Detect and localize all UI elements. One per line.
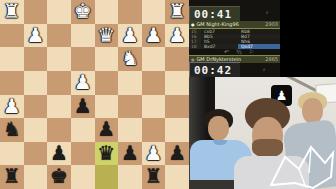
white-clock: 00:41 [189, 6, 240, 21]
board-square[interactable] [95, 165, 119, 189]
board-square[interactable] [142, 47, 166, 71]
board-square[interactable]: ♞ [118, 47, 142, 71]
black-king[interactable]: ♚ [47, 165, 71, 189]
board-square[interactable]: ♟ [95, 118, 119, 142]
board-square[interactable] [47, 47, 71, 71]
board-square[interactable] [71, 165, 95, 189]
board-square[interactable] [24, 142, 48, 166]
berserk-icon: ⚡ [265, 9, 275, 17]
black-player-rating: 2865 [265, 56, 278, 63]
board-square[interactable]: ♟ [71, 71, 95, 95]
chess-board[interactable]: ♜♚♜♟♛♟♟♟♞♟♟♟♞♟♟♛♟♟♟♜♚♜ [0, 0, 189, 189]
board-square[interactable] [24, 47, 48, 71]
board-square[interactable]: ♟ [165, 142, 189, 166]
move-list[interactable]: 15cxb7Rb816Bb5Bd717h5Nh618Bxd7Qxd7 [189, 29, 280, 49]
board-square[interactable] [95, 71, 119, 95]
board-square[interactable] [71, 142, 95, 166]
board-square[interactable] [47, 24, 71, 48]
board-square[interactable]: ♚ [47, 165, 71, 189]
white-pawn[interactable]: ♟ [165, 24, 189, 48]
board-square[interactable]: ♛ [95, 24, 119, 48]
board-square[interactable]: ♟ [118, 142, 142, 166]
white-player-name[interactable]: GM Night-King96 [197, 21, 239, 27]
white-pawn[interactable]: ♟ [142, 142, 166, 166]
board-square[interactable]: ♜ [0, 165, 24, 189]
board-square[interactable]: ♜ [142, 165, 166, 189]
black-pawn[interactable]: ♟ [47, 142, 71, 166]
white-king[interactable]: ♚ [71, 0, 95, 24]
board-square[interactable] [0, 142, 24, 166]
board-square[interactable] [118, 95, 142, 119]
white-player-rating: 2903 [265, 21, 278, 28]
board-square[interactable] [165, 95, 189, 119]
board-square[interactable] [118, 71, 142, 95]
white-pawn[interactable]: ♟ [71, 71, 95, 95]
board-square[interactable]: ♜ [0, 0, 24, 24]
black-pawn[interactable]: ♟ [71, 95, 95, 119]
board-square[interactable] [142, 95, 166, 119]
stream-frame: ♜♚♜♟♛♟♟♟♞♟♟♟♞♟♟♛♟♟♟♜♚♜ 00:41 ⚡ ●GM Night… [0, 0, 336, 189]
white-player-bar[interactable]: ●GM Night-King96 2903 [189, 21, 280, 29]
board-square[interactable] [24, 95, 48, 119]
board-square[interactable]: ♟ [142, 142, 166, 166]
black-rook[interactable]: ♜ [0, 165, 24, 189]
black-queen[interactable]: ♛ [95, 142, 119, 166]
board-square[interactable] [118, 0, 142, 24]
board-square[interactable] [24, 71, 48, 95]
white-queen[interactable]: ♛ [95, 24, 119, 48]
person-left-face [208, 116, 229, 141]
board-square[interactable] [47, 95, 71, 119]
board-square[interactable] [0, 71, 24, 95]
board-square[interactable] [24, 118, 48, 142]
move-number: 18 [189, 44, 201, 49]
board-square[interactable] [95, 0, 119, 24]
board-square[interactable]: ♜ [165, 0, 189, 24]
board-square[interactable] [71, 118, 95, 142]
white-side-icon: ● [191, 21, 195, 28]
board-square[interactable] [0, 24, 24, 48]
spectators-icon [191, 1, 201, 5]
board-square[interactable] [165, 165, 189, 189]
black-pawn[interactable]: ♟ [165, 142, 189, 166]
board-square[interactable] [71, 47, 95, 71]
board-square[interactable] [95, 95, 119, 119]
black-rook[interactable]: ♜ [142, 165, 166, 189]
board-square[interactable] [47, 0, 71, 24]
board-square[interactable]: ♟ [165, 24, 189, 48]
board-square[interactable] [0, 47, 24, 71]
white-rook[interactable]: ♜ [165, 0, 189, 24]
board-square[interactable] [118, 165, 142, 189]
board-square[interactable]: ♟ [24, 24, 48, 48]
board-square[interactable]: ♟ [0, 95, 24, 119]
board-square[interactable]: ♟ [142, 24, 166, 48]
board-square[interactable] [24, 165, 48, 189]
board-square[interactable] [142, 0, 166, 24]
white-pawn[interactable]: ♟ [118, 24, 142, 48]
board-square[interactable]: ♛ [95, 142, 119, 166]
white-rook[interactable]: ♜ [0, 0, 24, 24]
board-square[interactable]: ♚ [71, 0, 95, 24]
board-square[interactable] [142, 118, 166, 142]
black-knight[interactable]: ♞ [0, 118, 24, 142]
board-square[interactable] [118, 118, 142, 142]
black-clock: 00:42 [189, 62, 240, 77]
board-square[interactable] [47, 71, 71, 95]
white-pawn[interactable]: ♟ [24, 24, 48, 48]
board-square[interactable] [142, 71, 166, 95]
white-knight[interactable]: ♞ [118, 47, 142, 71]
board-square[interactable]: ♟ [118, 24, 142, 48]
black-pawn[interactable]: ♟ [95, 118, 119, 142]
black-pawn[interactable]: ♟ [118, 142, 142, 166]
stream-overlay-lineart [265, 143, 336, 189]
board-square[interactable]: ♟ [47, 142, 71, 166]
board-square[interactable] [95, 47, 119, 71]
board-square[interactable] [47, 118, 71, 142]
white-pawn[interactable]: ♟ [0, 95, 24, 119]
webcam-feed: ♟ [189, 77, 336, 189]
white-pawn[interactable]: ♟ [142, 24, 166, 48]
board-square[interactable]: ♞ [0, 118, 24, 142]
board-square[interactable] [165, 118, 189, 142]
board-square[interactable]: ♟ [71, 95, 95, 119]
berserk-icon: ⚡ [262, 66, 272, 74]
board-square[interactable] [165, 71, 189, 95]
board-square[interactable] [165, 47, 189, 71]
board-square[interactable] [24, 0, 48, 24]
board-square[interactable] [71, 24, 95, 48]
